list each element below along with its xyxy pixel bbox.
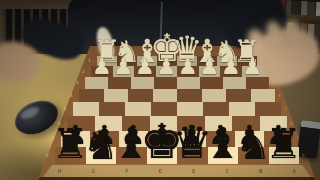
rank-label: 7	[296, 136, 299, 141]
file-label: H	[58, 168, 61, 174]
square	[202, 89, 227, 102]
rank-label: 4	[278, 93, 281, 98]
square: ♟	[134, 66, 156, 77]
square	[125, 102, 151, 116]
rank-label: 4	[70, 93, 73, 98]
square	[154, 77, 177, 89]
square	[200, 77, 223, 89]
square	[223, 77, 246, 89]
square: ♝	[137, 56, 157, 66]
file-label: C	[226, 168, 229, 174]
square: ♟	[264, 131, 293, 147]
square: ♝	[116, 147, 147, 164]
square	[85, 77, 108, 89]
mouse-highlight	[19, 105, 41, 121]
square	[99, 102, 125, 116]
square: ♜	[269, 147, 300, 164]
square	[177, 89, 202, 102]
square	[232, 116, 260, 131]
square	[260, 116, 288, 131]
square	[79, 89, 104, 102]
square: ♜	[97, 56, 117, 66]
square: ♟	[91, 66, 113, 77]
square	[67, 116, 95, 131]
file-label: D	[192, 168, 195, 174]
square: ♟	[199, 66, 221, 77]
square	[150, 116, 178, 131]
file-label: G	[92, 168, 95, 174]
square: ♛	[177, 147, 208, 164]
rank-label: 2	[82, 69, 85, 74]
square: ♝	[208, 147, 239, 164]
square: ♟	[148, 131, 177, 147]
square	[108, 77, 131, 89]
square: ♟	[61, 131, 90, 147]
rank-label: 5	[284, 106, 287, 111]
square	[73, 102, 99, 116]
square	[177, 116, 205, 131]
file-label: A	[293, 168, 296, 174]
rank-label: 6	[290, 121, 293, 126]
square	[177, 102, 203, 116]
square	[203, 102, 229, 116]
square	[131, 77, 154, 89]
square	[255, 102, 281, 116]
rank-label: 5	[64, 106, 67, 111]
rank-label: 2	[266, 69, 269, 74]
square: ♞	[86, 147, 117, 164]
square: ♞	[217, 56, 237, 66]
rank-label: 1	[88, 58, 91, 63]
square: ♛	[177, 56, 197, 66]
square	[151, 102, 177, 116]
square	[122, 116, 150, 131]
file-label: F	[125, 168, 128, 174]
square	[128, 89, 153, 102]
square: ♜	[55, 147, 86, 164]
photo-layer: ♜♞♝♚♛♝♞♜11♟♟♟♟♟♟♟♟2233445566♟♟♟♟♟♟♟♟77♜♞…	[0, 0, 320, 180]
square	[226, 89, 251, 102]
square	[229, 102, 255, 116]
square	[177, 77, 200, 89]
square: ♜	[237, 56, 257, 66]
square: ♚	[157, 56, 177, 66]
square: ♞	[238, 147, 269, 164]
square: ♟	[220, 66, 242, 77]
square: ♚	[147, 147, 178, 164]
square: ♟	[119, 131, 148, 147]
square: ♟	[242, 66, 264, 77]
square	[251, 89, 276, 102]
square: ♟	[177, 66, 199, 77]
rank-label: 1	[260, 58, 263, 63]
file-label: B	[259, 168, 262, 174]
square: ♞	[117, 56, 137, 66]
square: ♟	[177, 131, 206, 147]
square	[153, 89, 178, 102]
rank-label: 3	[272, 80, 275, 85]
rank-label: 8	[302, 153, 305, 158]
file-label: E	[159, 168, 162, 174]
square: ♟	[206, 131, 235, 147]
square: ♟	[90, 131, 119, 147]
book-spine	[316, 2, 320, 17]
square	[205, 116, 233, 131]
square	[246, 77, 269, 89]
square: ♟	[235, 131, 264, 147]
rank-label: 6	[58, 121, 61, 126]
rank-label: 3	[76, 80, 79, 85]
rank-label: 8	[46, 153, 49, 158]
square	[95, 116, 123, 131]
square: ♝	[197, 56, 217, 66]
rank-label: 7	[52, 136, 55, 141]
square: ♟	[113, 66, 135, 77]
small-dark-object	[297, 120, 320, 159]
photo-scene: ♜♞♝♚♛♝♞♜11♟♟♟♟♟♟♟♟2233445566♟♟♟♟♟♟♟♟77♜♞…	[0, 0, 320, 180]
square: ♟	[156, 66, 178, 77]
square	[104, 89, 129, 102]
